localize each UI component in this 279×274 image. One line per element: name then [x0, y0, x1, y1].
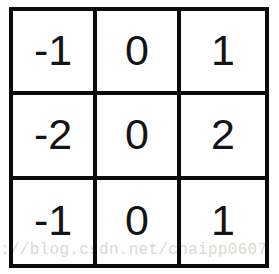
grid-cell-r0c0: -1 — [13, 11, 97, 95]
grid-cell-r1c1: 0 — [97, 95, 181, 179]
grid-cell-r0c1: 0 — [97, 11, 181, 95]
grid-cell-r2c2: 1 — [181, 180, 265, 264]
kernel-diagram: ://blog.csdn.net/chaipp0607 -1 0 1 -2 0 … — [0, 0, 279, 274]
grid-cell-r1c2: 2 — [181, 95, 265, 179]
grid-cell-r1c0: -2 — [13, 95, 97, 179]
grid-cell-r2c0: -1 — [13, 180, 97, 264]
kernel-grid: -1 0 1 -2 0 2 -1 0 1 — [9, 7, 269, 268]
grid-cell-r0c2: 1 — [181, 11, 265, 95]
grid-cell-r2c1: 0 — [97, 180, 181, 264]
